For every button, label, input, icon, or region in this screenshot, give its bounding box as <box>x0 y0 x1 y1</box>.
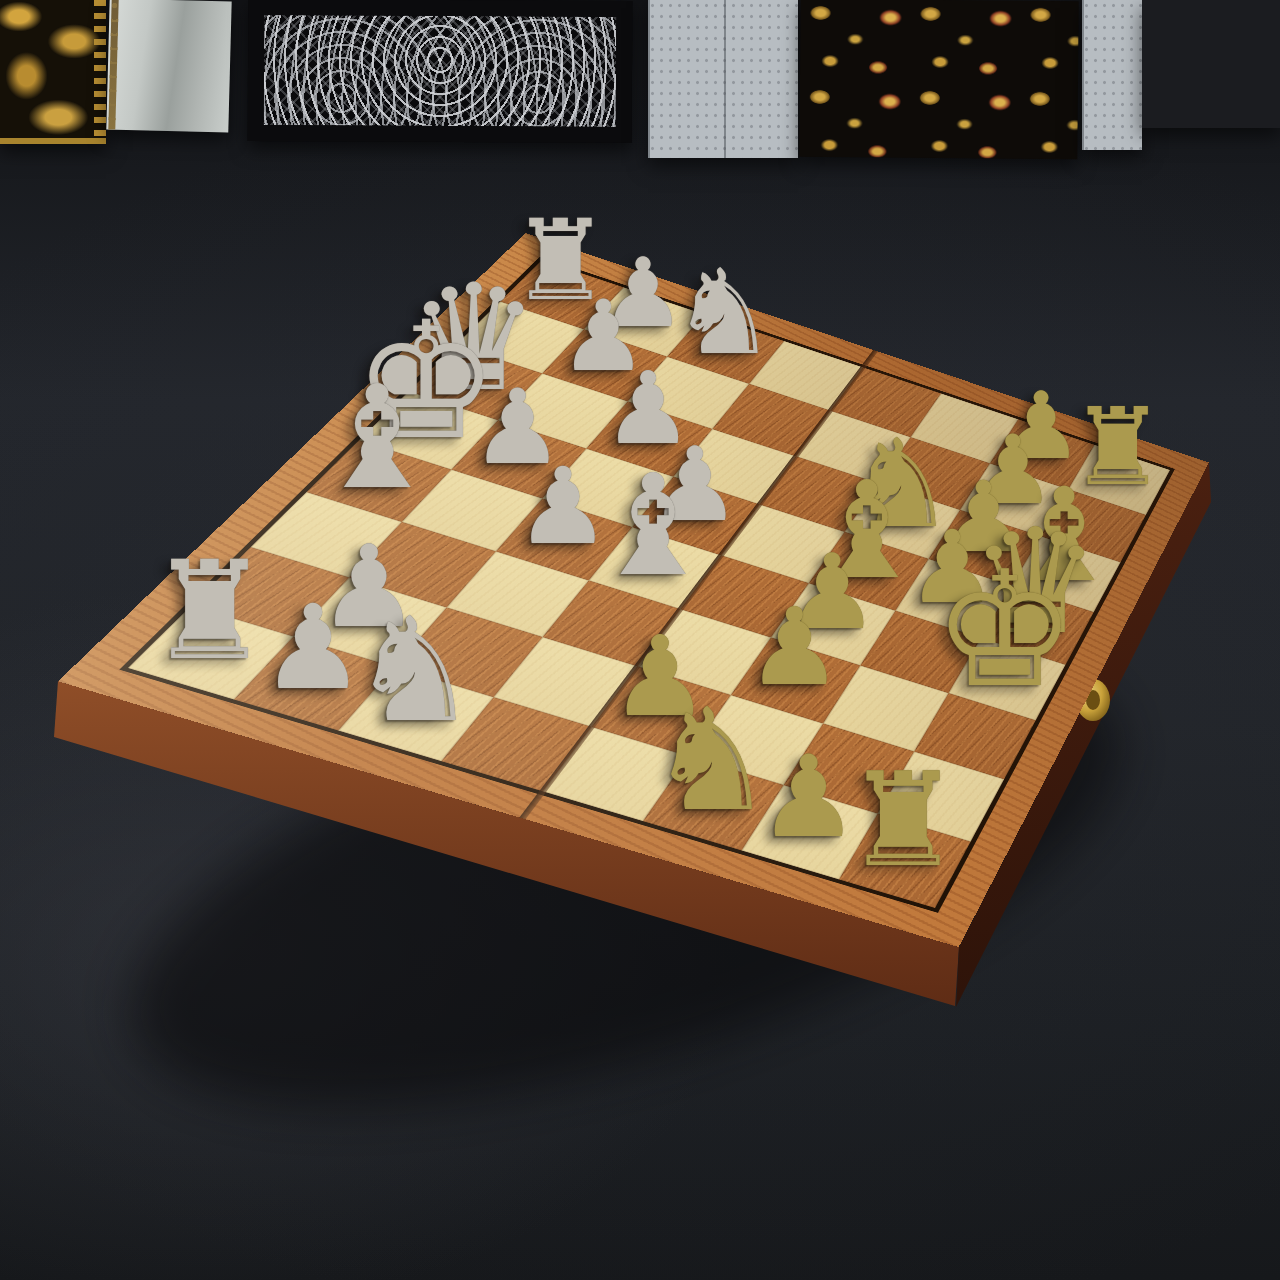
wall-panel-dark <box>1142 0 1280 128</box>
wall-panel-concrete-right <box>1082 0 1142 150</box>
piece-silver-bishop[interactable]: ♝ <box>313 367 441 509</box>
piece-silver-rook[interactable]: ♜ <box>148 543 270 679</box>
wall-panel-arabesque <box>248 0 633 143</box>
piece-silver-bishop[interactable]: ♝ <box>591 456 716 596</box>
piece-brass-rook[interactable]: ♜ <box>845 756 961 886</box>
wall-panel-gold-baroque <box>0 0 106 144</box>
piece-silver-knight[interactable]: ♞ <box>350 598 479 742</box>
wall-panel-mirror <box>106 0 231 133</box>
wall-panel-concrete-left <box>648 0 798 158</box>
piece-brass-pawn[interactable]: ♟ <box>758 741 859 854</box>
piece-brass-king[interactable]: ♚ <box>933 551 1076 711</box>
wall-panel-leopard <box>799 0 1078 159</box>
piece-brass-knight[interactable]: ♞ <box>648 690 775 831</box>
scene: ♜♟♞♟♜♟♟♛♟♞♟♝♚♟♟♝♟♛♝♟♝♟♚♟♟♟♜♟♞♞♟♜ <box>0 0 1280 1280</box>
